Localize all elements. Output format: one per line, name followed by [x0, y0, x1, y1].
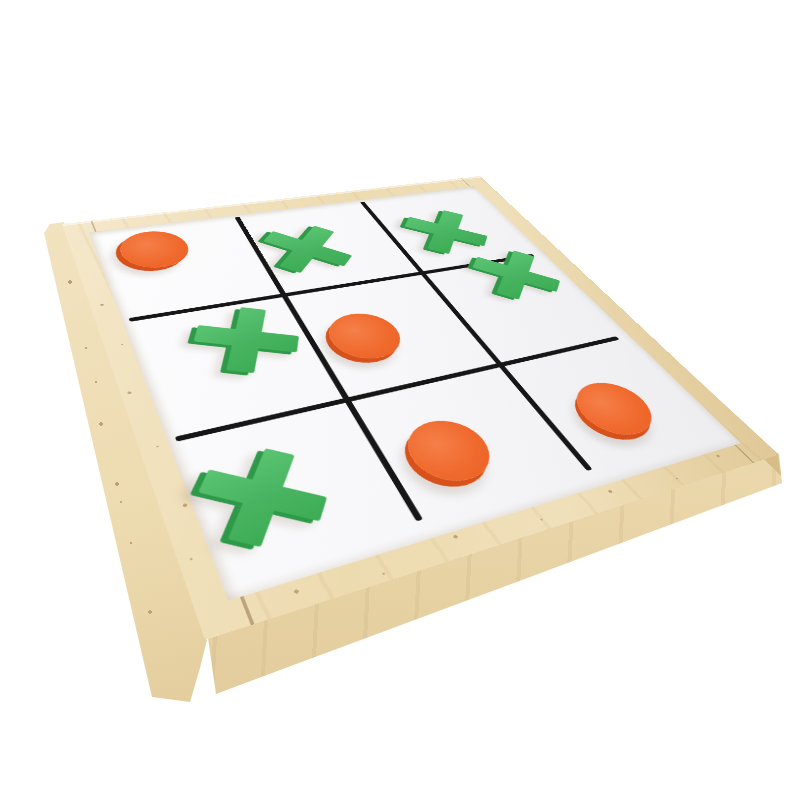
frame-joint-seam	[461, 178, 471, 186]
piece-o[interactable]	[114, 228, 196, 272]
piece-o[interactable]	[318, 309, 412, 364]
frame-joint-seam	[91, 221, 97, 232]
piece-o[interactable]	[562, 377, 667, 442]
product-photo	[0, 0, 800, 800]
piece-x[interactable]	[187, 303, 302, 377]
piece-o[interactable]	[394, 414, 504, 489]
frame-joint-seam	[240, 596, 255, 625]
piece-x[interactable]	[181, 438, 337, 558]
frame-joint-seam	[734, 445, 754, 463]
